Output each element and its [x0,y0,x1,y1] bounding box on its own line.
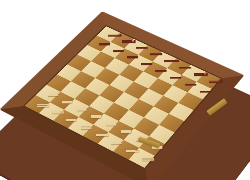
chess-board: ♜♞♝♛♚♝♞♜♟♟♟♟♟♟♟♟♟♟♟♟♟♟♟♟♜♞♝♛♚♝♞♜ [0,11,244,180]
product-photo-stage: ♜♞♝♛♚♝♞♜♟♟♟♟♟♟♟♟♟♟♟♟♟♟♟♟♜♞♝♛♚♝♞♜ [0,0,250,180]
